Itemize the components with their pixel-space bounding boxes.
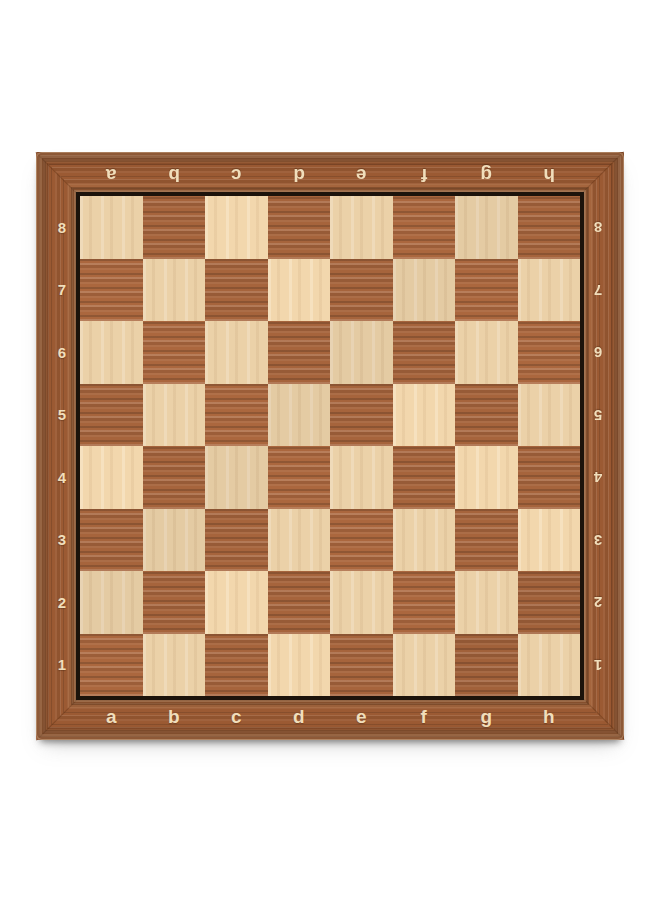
square-h5[interactable] bbox=[518, 384, 581, 447]
square-a5[interactable] bbox=[80, 384, 143, 447]
square-g3[interactable] bbox=[455, 509, 518, 572]
square-d8[interactable] bbox=[268, 196, 331, 259]
square-c2[interactable] bbox=[205, 571, 268, 634]
square-h3[interactable] bbox=[518, 509, 581, 572]
square-c7[interactable] bbox=[205, 259, 268, 322]
board-frame-bottom bbox=[36, 700, 624, 740]
square-b7[interactable] bbox=[143, 259, 206, 322]
square-c4[interactable] bbox=[205, 446, 268, 509]
square-b2[interactable] bbox=[143, 571, 206, 634]
square-h7[interactable] bbox=[518, 259, 581, 322]
square-h2[interactable] bbox=[518, 571, 581, 634]
square-g4[interactable] bbox=[455, 446, 518, 509]
square-b4[interactable] bbox=[143, 446, 206, 509]
square-a3[interactable] bbox=[80, 509, 143, 572]
square-d4[interactable] bbox=[268, 446, 331, 509]
square-c8[interactable] bbox=[205, 196, 268, 259]
square-b5[interactable] bbox=[143, 384, 206, 447]
square-f2[interactable] bbox=[393, 571, 456, 634]
square-g8[interactable] bbox=[455, 196, 518, 259]
square-e7[interactable] bbox=[330, 259, 393, 322]
square-g5[interactable] bbox=[455, 384, 518, 447]
squares-grid bbox=[80, 196, 580, 696]
square-c5[interactable] bbox=[205, 384, 268, 447]
board-frame-right bbox=[584, 152, 624, 740]
page-background: abcdefgh abcdefgh 87654321 87654321 bbox=[0, 0, 660, 904]
square-a7[interactable] bbox=[80, 259, 143, 322]
square-f5[interactable] bbox=[393, 384, 456, 447]
square-e5[interactable] bbox=[330, 384, 393, 447]
square-g1[interactable] bbox=[455, 634, 518, 697]
square-h4[interactable] bbox=[518, 446, 581, 509]
square-e4[interactable] bbox=[330, 446, 393, 509]
square-g2[interactable] bbox=[455, 571, 518, 634]
board-frame-left bbox=[36, 152, 76, 740]
square-g6[interactable] bbox=[455, 321, 518, 384]
square-f1[interactable] bbox=[393, 634, 456, 697]
square-a8[interactable] bbox=[80, 196, 143, 259]
square-d5[interactable] bbox=[268, 384, 331, 447]
square-e1[interactable] bbox=[330, 634, 393, 697]
square-a1[interactable] bbox=[80, 634, 143, 697]
square-c6[interactable] bbox=[205, 321, 268, 384]
square-h1[interactable] bbox=[518, 634, 581, 697]
square-d3[interactable] bbox=[268, 509, 331, 572]
square-h8[interactable] bbox=[518, 196, 581, 259]
square-b3[interactable] bbox=[143, 509, 206, 572]
square-a4[interactable] bbox=[80, 446, 143, 509]
square-d1[interactable] bbox=[268, 634, 331, 697]
square-f7[interactable] bbox=[393, 259, 456, 322]
square-c3[interactable] bbox=[205, 509, 268, 572]
playing-area-border bbox=[76, 192, 584, 700]
square-a2[interactable] bbox=[80, 571, 143, 634]
square-d2[interactable] bbox=[268, 571, 331, 634]
square-g7[interactable] bbox=[455, 259, 518, 322]
square-e6[interactable] bbox=[330, 321, 393, 384]
square-d6[interactable] bbox=[268, 321, 331, 384]
square-a6[interactable] bbox=[80, 321, 143, 384]
chess-board: abcdefgh abcdefgh 87654321 87654321 bbox=[36, 152, 624, 740]
square-f6[interactable] bbox=[393, 321, 456, 384]
square-b8[interactable] bbox=[143, 196, 206, 259]
square-b6[interactable] bbox=[143, 321, 206, 384]
square-e8[interactable] bbox=[330, 196, 393, 259]
square-e2[interactable] bbox=[330, 571, 393, 634]
board-frame-top bbox=[36, 152, 624, 192]
square-c1[interactable] bbox=[205, 634, 268, 697]
square-d7[interactable] bbox=[268, 259, 331, 322]
square-b1[interactable] bbox=[143, 634, 206, 697]
square-f4[interactable] bbox=[393, 446, 456, 509]
square-f8[interactable] bbox=[393, 196, 456, 259]
square-h6[interactable] bbox=[518, 321, 581, 384]
square-e3[interactable] bbox=[330, 509, 393, 572]
square-f3[interactable] bbox=[393, 509, 456, 572]
